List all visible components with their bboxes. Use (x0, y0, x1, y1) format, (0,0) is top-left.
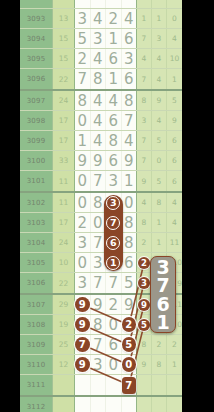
sum-cell (53, 0, 75, 8)
stat-cell: 9 (137, 355, 152, 374)
table-row: 3110 12 9 3 0 0 9 8 1 (20, 355, 182, 375)
digit-cell-circled: 7 (75, 335, 91, 354)
digit-cell: 8 (122, 91, 138, 110)
stat-cell: 1 (152, 213, 167, 232)
stat-cell (152, 375, 167, 395)
table-row: 3096 22 7 8 1 6 7 4 1 (20, 69, 182, 91)
sum-cell: 15 (53, 49, 75, 68)
issue-cell: 3098 (20, 111, 53, 130)
stat-cell: 2 (167, 335, 182, 354)
digit-cell (122, 0, 138, 8)
sum-cell: 10 (53, 253, 75, 272)
ring-digit: 7 (106, 216, 120, 230)
circled-digit: 2 (122, 317, 137, 332)
stat-cell: 0 (152, 151, 167, 170)
digit-cell: 2 (106, 9, 122, 28)
digit-cell: 2 (75, 213, 91, 232)
digit-cell-circled: 2 (122, 315, 138, 334)
digit-cell-circled: 5 (122, 335, 138, 354)
issue-cell: 3104 (20, 233, 53, 252)
ring-digit: 1 (106, 256, 120, 270)
table-row: 3093 13 3 4 2 4 1 1 0 (20, 9, 182, 29)
digit-cell: 3 (106, 171, 122, 191)
issue-cell: 3102 (20, 193, 53, 212)
table-row-partial (20, 0, 182, 9)
stat-cell (137, 397, 152, 412)
digit-cell: 4 (106, 91, 122, 110)
stat-cell: 7 (137, 69, 152, 89)
table-row: 3102 11 0 8 3 0 4 8 4 (20, 193, 182, 213)
sum-cell: 19 (53, 315, 75, 334)
issue-cell: 3111 (20, 375, 53, 395)
table-row: 3095 15 2 4 6 3 4 4 10 (20, 49, 182, 69)
digit-cell: 8 (91, 69, 107, 89)
issue-cell: 3108 (20, 315, 53, 334)
stat-cell: 3 (137, 111, 152, 130)
digit-cell: 4 (91, 91, 107, 110)
sum-cell: 22 (53, 273, 75, 293)
digit-cell (91, 375, 107, 395)
digit-cell: 0 (75, 171, 91, 191)
stat-cell: 6 (167, 131, 182, 150)
sequence-digit: 7 (156, 276, 169, 294)
sequence-digit: 1 (156, 313, 169, 331)
digit-cell (122, 397, 138, 412)
digit-cell: 6 (122, 253, 138, 272)
stat-cell: 9 (167, 111, 182, 130)
digit-cell (75, 375, 91, 395)
sum-cell: 12 (53, 355, 75, 374)
digit-cell: 4 (122, 9, 138, 28)
digit-cell: 1 (122, 171, 138, 191)
issue-cell: 3101 (20, 171, 53, 191)
trend-table: 3093 13 3 4 2 4 1 1 0 3094 15 5 3 1 6 7 … (20, 0, 182, 412)
table-row: 3094 15 5 3 1 6 7 3 4 (20, 29, 182, 49)
digit-cell (91, 0, 107, 8)
digit-cell: 3 (122, 49, 138, 68)
digit-cell: 4 (91, 9, 107, 28)
digit-cell: 9 (75, 151, 91, 170)
digit-cell: 2 (75, 49, 91, 68)
digit-cell: 7 (91, 335, 107, 354)
digit-cell-circled: 0 (122, 355, 138, 374)
digit-cell-circled: 9 (75, 355, 91, 374)
digit-cell: 0 (122, 193, 138, 212)
sum-cell (53, 397, 75, 412)
stat-cell (152, 397, 167, 412)
stat-cell: 4 (137, 49, 152, 68)
issue-cell: 3094 (20, 29, 53, 48)
sum-cell: 24 (53, 233, 75, 252)
stat-cell: 6 (167, 171, 182, 191)
predicted-digit-badge: 7 (122, 377, 136, 394)
stat-cell (167, 375, 182, 395)
sum-cell (53, 375, 75, 395)
table-row: 3112 (20, 397, 182, 412)
issue-cell (20, 0, 53, 8)
digit-cell: 3 (75, 273, 91, 293)
digit-cell: 9 (122, 295, 138, 314)
circled-stat: 5 (138, 319, 150, 331)
stat-cell: 9 (152, 91, 167, 110)
digit-cell: 5 (75, 29, 91, 48)
circled-digit: 9 (75, 317, 90, 332)
ring-digit: 6 (106, 236, 120, 250)
table-row: 3097 24 8 4 4 8 8 9 5 (20, 91, 182, 111)
stat-cell (137, 375, 152, 395)
digit-cell: 6 (106, 151, 122, 170)
digit-cell-circled: 9 (75, 315, 91, 334)
stat-cell: 3 (152, 29, 167, 48)
digit-cell: 7 (106, 273, 122, 293)
issue-cell: 3095 (20, 49, 53, 68)
stat-cell: 11 (167, 233, 182, 252)
issue-cell: 3093 (20, 9, 53, 28)
digit-cell-predicted: 7 (122, 375, 138, 395)
stat-cell: 8 (137, 213, 152, 232)
sum-cell: 13 (53, 9, 75, 28)
table-row: 3098 17 0 4 6 7 3 4 9 (20, 111, 182, 131)
sum-cell: 15 (53, 29, 75, 48)
digit-cell: 8 (122, 213, 138, 232)
stat-cell: 4 (152, 69, 167, 89)
issue-cell: 3099 (20, 131, 53, 150)
digit-cell: 0 (106, 315, 122, 334)
digit-cell: 4 (91, 131, 107, 150)
stat-cell: 7 (137, 29, 152, 48)
digit-cell: 0 (106, 355, 122, 374)
stat-cell: 8 (152, 355, 167, 374)
table-row: 3099 17 1 4 8 4 7 5 6 (20, 131, 182, 151)
stat-cell: 9 (137, 171, 152, 191)
digit-cell: 8 (122, 233, 138, 252)
circled-stat: 2 (138, 257, 150, 269)
table-row: 3109 25 7 7 6 5 8 2 2 (20, 335, 182, 355)
stat-cell: 4 (167, 213, 182, 232)
stat-cell: 5 (152, 131, 167, 150)
stat-cell: 1 (137, 9, 152, 28)
selected-sequence-box: 3 7 6 1 (150, 256, 176, 333)
circled-digit: 0 (122, 357, 137, 372)
issue-cell: 3097 (20, 91, 53, 110)
sum-cell: 25 (53, 335, 75, 354)
circled-digit: 7 (75, 337, 90, 352)
stat-cell: 4 (167, 193, 182, 212)
stat-cell (152, 0, 167, 8)
stat-cell: 8 (137, 91, 152, 110)
circled-stat: 9 (138, 299, 150, 311)
stat-cell: 4 (137, 193, 152, 212)
digit-cell (106, 0, 122, 8)
digit-cell: 0 (75, 111, 91, 130)
digit-cell: 6 (106, 49, 122, 68)
sum-cell: 11 (53, 193, 75, 212)
stat-cell: 8 (152, 193, 167, 212)
digit-cell: 7 (75, 69, 91, 89)
table-row: 3111 7 (20, 375, 182, 397)
stat-cell: 5 (152, 171, 167, 191)
stat-cell: 10 (167, 49, 182, 68)
sum-cell: 17 (53, 213, 75, 232)
digit-cell: 5 (122, 273, 138, 293)
stat-cell (137, 0, 152, 8)
issue-cell: 3105 (20, 253, 53, 272)
stat-cell: 2 (152, 335, 167, 354)
digit-cell: 1 (106, 69, 122, 89)
lottery-trend-chart: 3093 13 3 4 2 4 1 1 0 3094 15 5 3 1 6 7 … (0, 0, 214, 412)
stat-cell: 2 (137, 233, 152, 252)
issue-cell: 3103 (20, 213, 53, 232)
issue-cell: 3106 (20, 273, 53, 293)
stat-cell: 5 (167, 91, 182, 110)
digit-cell: 4 (122, 131, 138, 150)
sum-cell: 17 (53, 111, 75, 130)
digit-cell (106, 397, 122, 412)
circled-digit: 9 (75, 357, 90, 372)
table-row: 3100 33 9 9 6 9 7 0 6 (20, 151, 182, 171)
stat-cell (167, 0, 182, 8)
digit-cell: 2 (106, 295, 122, 314)
stat-cell: 7 (137, 151, 152, 170)
stat-cell (167, 397, 182, 412)
ring-digit: 3 (106, 196, 120, 210)
digit-cell: 9 (122, 151, 138, 170)
issue-cell: 3109 (20, 335, 53, 354)
digit-cell: 4 (91, 111, 107, 130)
issue-cell: 3107 (20, 295, 53, 314)
stat-cell: 7 (137, 131, 152, 150)
digit-cell-circled: 9 (75, 295, 91, 314)
digit-cell: 4 (91, 49, 107, 68)
digit-cell: 8 (75, 91, 91, 110)
stat-cell: 1 (167, 69, 182, 89)
digit-cell (106, 375, 122, 395)
digit-cell: 8 (106, 131, 122, 150)
sum-cell: 11 (53, 171, 75, 191)
digit-cell: 9 (91, 295, 107, 314)
sum-cell: 24 (53, 91, 75, 110)
digit-cell: 1 (75, 131, 91, 150)
table-row: 3103 17 2 0 7 8 8 1 4 (20, 213, 182, 233)
digit-cell: 6 (122, 29, 138, 48)
digit-cell: 7 (122, 111, 138, 130)
table-row: 3104 24 3 7 6 8 2 1 11 (20, 233, 182, 253)
digit-cell (91, 397, 107, 412)
digit-cell: 1 (106, 29, 122, 48)
digit-cell: 0 (75, 253, 91, 272)
sum-cell: 29 (53, 295, 75, 314)
digit-cell: 9 (91, 151, 107, 170)
stat-cell: 1 (152, 9, 167, 28)
digit-cell: 7 (91, 171, 107, 191)
sum-cell: 22 (53, 69, 75, 89)
stat-cell: 4 (152, 111, 167, 130)
digit-cell: 8 (91, 315, 107, 334)
issue-cell: 3112 (20, 397, 53, 412)
issue-cell: 3110 (20, 355, 53, 374)
digit-cell: 6 (106, 111, 122, 130)
digit-cell: 3 (91, 29, 107, 48)
digit-cell: 7 (91, 273, 107, 293)
stat-cell: 4 (152, 49, 167, 68)
stat-cell: 1 (167, 355, 182, 374)
sum-cell: 33 (53, 151, 75, 170)
digit-cell: 3 (91, 355, 107, 374)
digit-cell: 0 (75, 193, 91, 212)
digit-cell: 6 (106, 335, 122, 354)
sum-cell: 17 (53, 131, 75, 150)
circled-stat: 3 (138, 277, 150, 289)
circled-digit: 5 (122, 337, 137, 352)
stat-cell: 1 (152, 233, 167, 252)
stat-cell: 6 (167, 151, 182, 170)
digit-cell: 3 (75, 233, 91, 252)
digit-cell (75, 0, 91, 8)
stat-cell: 4 (167, 29, 182, 48)
issue-cell: 3100 (20, 151, 53, 170)
issue-cell: 3096 (20, 69, 53, 89)
digit-cell: 6 (122, 69, 138, 89)
digit-cell: 3 (75, 9, 91, 28)
stat-cell: 8 (137, 335, 152, 354)
table-row: 3101 11 0 7 3 1 9 5 6 (20, 171, 182, 193)
digit-cell (75, 397, 91, 412)
stat-cell: 0 (167, 9, 182, 28)
circled-digit: 9 (75, 297, 90, 312)
